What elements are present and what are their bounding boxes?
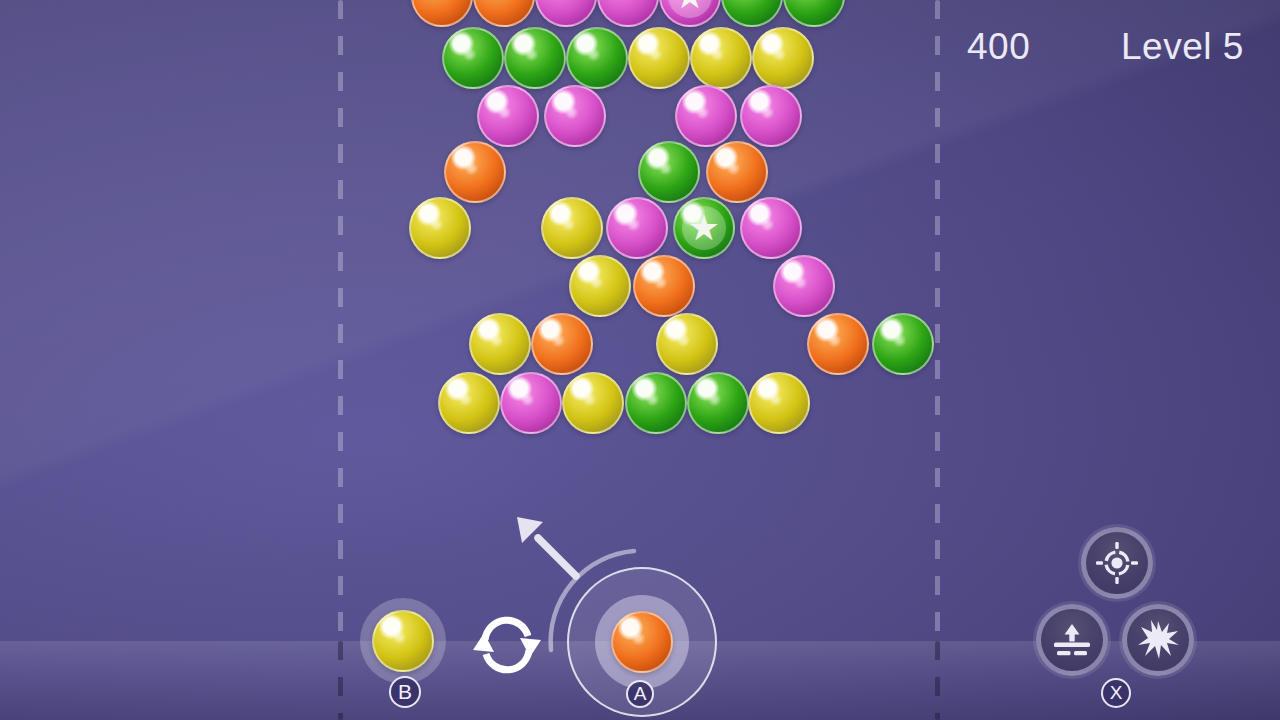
bubble-green — [625, 372, 687, 434]
powerup-aim-button[interactable] — [1081, 527, 1153, 599]
raise-ceiling-icon — [1050, 618, 1094, 662]
bubble-yellow — [469, 313, 531, 375]
bubble-magenta — [675, 85, 737, 147]
bubble-yellow — [656, 313, 718, 375]
bubble-yellow — [562, 372, 624, 434]
bubble-green — [687, 372, 749, 434]
next-bubble[interactable] — [372, 610, 434, 672]
bubble-green — [638, 141, 700, 203]
powerup-raise-button[interactable] — [1036, 604, 1108, 676]
star-icon: ★ — [675, 199, 733, 257]
bubble-green — [721, 0, 783, 27]
bubble-orange — [807, 313, 869, 375]
bubble-green — [504, 27, 566, 89]
button-b-badge[interactable]: B — [389, 676, 421, 708]
aim-target-icon — [1095, 541, 1139, 585]
bubble-orange — [473, 0, 535, 27]
button-x-badge[interactable]: X — [1101, 678, 1131, 708]
bubble-green-star: ★ — [673, 197, 735, 259]
bubble-yellow — [409, 197, 471, 259]
bubble-magenta — [535, 0, 597, 27]
bubble-green — [872, 313, 934, 375]
bubble-magenta-star: ★ — [659, 0, 721, 27]
bubble-yellow — [690, 27, 752, 89]
bubble-yellow — [752, 27, 814, 89]
bubble-magenta — [597, 0, 659, 27]
bubble-yellow — [541, 197, 603, 259]
bubble-green — [566, 27, 628, 89]
score-value: 400 — [967, 26, 1030, 68]
bubble-magenta — [773, 255, 835, 317]
bubble-yellow — [628, 27, 690, 89]
powerup-bomb-button[interactable] — [1122, 604, 1194, 676]
swap-bubbles-icon[interactable] — [471, 609, 543, 681]
bubble-magenta — [477, 85, 539, 147]
button-a-badge[interactable]: A — [626, 680, 654, 708]
explosion-icon — [1136, 618, 1180, 662]
bubble-green — [442, 27, 504, 89]
bubble-orange — [706, 141, 768, 203]
bubble-magenta — [606, 197, 668, 259]
bubble-orange — [444, 141, 506, 203]
level-label: Level 5 — [1121, 26, 1244, 68]
bubble-yellow — [438, 372, 500, 434]
current-bubble[interactable] — [611, 611, 673, 673]
bubble-yellow — [569, 255, 631, 317]
bubble-orange — [411, 0, 473, 27]
bubble-orange — [531, 313, 593, 375]
bubble-orange — [633, 255, 695, 317]
star-icon: ★ — [661, 0, 719, 25]
bubble-yellow — [748, 372, 810, 434]
game-screen: ★★ 400 Level 5 A B — [0, 0, 1280, 720]
bubble-green — [783, 0, 845, 27]
bubble-magenta — [544, 85, 606, 147]
bubble-magenta — [740, 197, 802, 259]
bubble-magenta — [740, 85, 802, 147]
bubble-magenta — [500, 372, 562, 434]
